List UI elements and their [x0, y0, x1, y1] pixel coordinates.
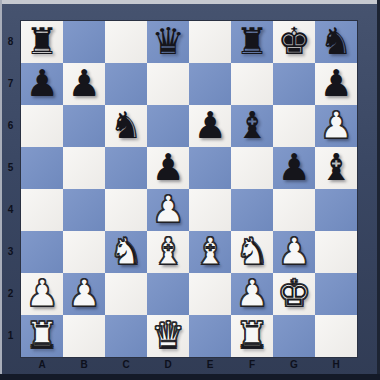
- square-a4[interactable]: [21, 189, 63, 231]
- square-e7[interactable]: [189, 63, 231, 105]
- square-a5[interactable]: [21, 147, 63, 189]
- square-b4[interactable]: [63, 189, 105, 231]
- white-king: ♚: [273, 273, 315, 315]
- square-h2[interactable]: [315, 273, 357, 315]
- white-pawn: ♟: [315, 105, 357, 147]
- square-h7[interactable]: ♟: [315, 63, 357, 105]
- black-rook: ♜: [21, 21, 63, 63]
- square-g5[interactable]: ♟: [273, 147, 315, 189]
- square-b1[interactable]: [63, 315, 105, 357]
- white-bishop: ♝: [189, 231, 231, 273]
- white-knight: ♞: [105, 231, 147, 273]
- black-knight: ♞: [105, 105, 147, 147]
- square-b8[interactable]: [63, 21, 105, 63]
- rank-label-8: 8: [0, 21, 21, 63]
- square-h3[interactable]: [315, 231, 357, 273]
- square-a7[interactable]: ♟: [21, 63, 63, 105]
- black-pawn: ♟: [315, 63, 357, 105]
- square-g8[interactable]: ♚: [273, 21, 315, 63]
- black-pawn: ♟: [147, 147, 189, 189]
- square-h5[interactable]: ♝: [315, 147, 357, 189]
- black-bishop: ♝: [231, 105, 273, 147]
- rank-label-1: 1: [0, 315, 21, 357]
- file-labels: ABCDEFGH: [21, 357, 357, 380]
- file-label-h: H: [315, 357, 357, 375]
- square-c2[interactable]: [105, 273, 147, 315]
- rank-labels: 87654321: [0, 21, 21, 357]
- square-e3[interactable]: ♝: [189, 231, 231, 273]
- square-a6[interactable]: [21, 105, 63, 147]
- square-g6[interactable]: [273, 105, 315, 147]
- square-b3[interactable]: [63, 231, 105, 273]
- chess-board: ♜♛♜♚♞♟♟♟♞♟♝♟♟♟♝♟♞♝♝♞♟♟♟♟♚♜♛♜: [21, 21, 357, 357]
- black-pawn: ♟: [63, 63, 105, 105]
- square-d7[interactable]: [147, 63, 189, 105]
- square-c6[interactable]: ♞: [105, 105, 147, 147]
- black-queen: ♛: [147, 21, 189, 63]
- square-e2[interactable]: [189, 273, 231, 315]
- square-d1[interactable]: ♛: [147, 315, 189, 357]
- square-a3[interactable]: [21, 231, 63, 273]
- square-g3[interactable]: ♟: [273, 231, 315, 273]
- frame-bevel-top: [0, 0, 380, 4]
- white-bishop: ♝: [147, 231, 189, 273]
- square-c8[interactable]: [105, 21, 147, 63]
- rank-label-5: 5: [0, 147, 21, 189]
- file-label-e: E: [189, 357, 231, 375]
- square-g1[interactable]: [273, 315, 315, 357]
- black-bishop: ♝: [315, 147, 357, 189]
- square-f4[interactable]: [231, 189, 273, 231]
- square-c3[interactable]: ♞: [105, 231, 147, 273]
- square-e4[interactable]: [189, 189, 231, 231]
- file-label-g: G: [273, 357, 315, 375]
- white-pawn: ♟: [63, 273, 105, 315]
- square-h6[interactable]: ♟: [315, 105, 357, 147]
- square-b6[interactable]: [63, 105, 105, 147]
- square-h1[interactable]: [315, 315, 357, 357]
- square-f1[interactable]: ♜: [231, 315, 273, 357]
- white-pawn: ♟: [21, 273, 63, 315]
- square-d5[interactable]: ♟: [147, 147, 189, 189]
- square-d8[interactable]: ♛: [147, 21, 189, 63]
- black-pawn: ♟: [273, 147, 315, 189]
- square-a8[interactable]: ♜: [21, 21, 63, 63]
- square-f3[interactable]: ♞: [231, 231, 273, 273]
- square-f7[interactable]: [231, 63, 273, 105]
- black-king: ♚: [273, 21, 315, 63]
- square-h4[interactable]: [315, 189, 357, 231]
- rank-label-7: 7: [0, 63, 21, 105]
- rank-label-2: 2: [0, 273, 21, 315]
- white-pawn: ♟: [231, 273, 273, 315]
- white-rook: ♜: [231, 315, 273, 357]
- square-d3[interactable]: ♝: [147, 231, 189, 273]
- black-pawn: ♟: [21, 63, 63, 105]
- file-label-a: A: [21, 357, 63, 375]
- white-rook: ♜: [21, 315, 63, 357]
- square-d2[interactable]: [147, 273, 189, 315]
- file-label-f: F: [231, 357, 273, 375]
- square-e5[interactable]: [189, 147, 231, 189]
- square-h8[interactable]: ♞: [315, 21, 357, 63]
- square-e6[interactable]: ♟: [189, 105, 231, 147]
- square-g2[interactable]: ♚: [273, 273, 315, 315]
- square-f5[interactable]: [231, 147, 273, 189]
- square-b2[interactable]: ♟: [63, 273, 105, 315]
- black-pawn: ♟: [189, 105, 231, 147]
- white-pawn: ♟: [273, 231, 315, 273]
- white-pawn: ♟: [147, 189, 189, 231]
- file-label-c: C: [105, 357, 147, 375]
- square-f6[interactable]: ♝: [231, 105, 273, 147]
- file-label-d: D: [147, 357, 189, 375]
- square-d4[interactable]: ♟: [147, 189, 189, 231]
- square-c5[interactable]: [105, 147, 147, 189]
- white-queen: ♛: [147, 315, 189, 357]
- square-g7[interactable]: [273, 63, 315, 105]
- square-f8[interactable]: ♜: [231, 21, 273, 63]
- square-a1[interactable]: ♜: [21, 315, 63, 357]
- file-label-b: B: [63, 357, 105, 375]
- square-e8[interactable]: [189, 21, 231, 63]
- square-b7[interactable]: ♟: [63, 63, 105, 105]
- rank-label-3: 3: [0, 231, 21, 273]
- black-knight: ♞: [315, 21, 357, 63]
- black-rook: ♜: [231, 21, 273, 63]
- square-e1[interactable]: [189, 315, 231, 357]
- square-b5[interactable]: [63, 147, 105, 189]
- square-a2[interactable]: ♟: [21, 273, 63, 315]
- square-c7[interactable]: [105, 63, 147, 105]
- square-c1[interactable]: [105, 315, 147, 357]
- rank-label-6: 6: [0, 105, 21, 147]
- square-g4[interactable]: [273, 189, 315, 231]
- rank-label-4: 4: [0, 189, 21, 231]
- square-f2[interactable]: ♟: [231, 273, 273, 315]
- square-c4[interactable]: [105, 189, 147, 231]
- square-d6[interactable]: [147, 105, 189, 147]
- white-knight: ♞: [231, 231, 273, 273]
- chess-board-frame: 87654321 ♜♛♜♚♞♟♟♟♞♟♝♟♟♟♝♟♞♝♝♞♟♟♟♟♚♜♛♜ AB…: [0, 0, 380, 380]
